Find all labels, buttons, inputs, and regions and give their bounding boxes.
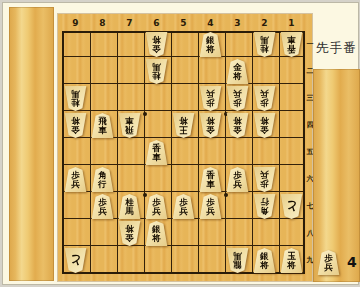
koma-gote-と-17[interactable]: と [280,194,303,219]
koma-sente-歩兵-67[interactable]: 歩兵 [145,194,168,219]
koma-gote-桂馬-62[interactable]: 桂馬 [145,59,168,84]
file-label-9: 9 [62,16,89,30]
koma-gote-歩兵-43[interactable]: 歩兵 [199,86,222,111]
koma-gote-と-99[interactable]: と [64,248,87,273]
file-label-7: 7 [116,16,143,30]
koma-gote-王将-54[interactable]: 王将 [172,113,195,138]
file-label-3: 3 [224,16,251,30]
rank-label-1: 一 [306,31,314,58]
koma-sente-玉将-19[interactable]: 玉将 [280,248,303,273]
koma-gote-角行-27[interactable]: 角行 [253,194,276,219]
koma-sente-銀将-41[interactable]: 銀将 [199,32,222,57]
koma-gote-飛車-74[interactable]: 飛車 [118,113,141,138]
koma-gote-金将-34[interactable]: 金将 [226,113,249,138]
koma-sente-歩兵-96[interactable]: 歩兵 [64,167,87,192]
koma-sente-歩兵-36[interactable]: 歩兵 [226,167,249,192]
koma-gote-歩兵-26[interactable]: 歩兵 [253,167,276,192]
koma-sente-飛車-84[interactable]: 飛車 [91,113,114,138]
app-panel: 987654321 一二三四五六七八九 金将銀将桂馬香車桂馬金将桂馬歩兵歩兵歩兵… [2,2,359,285]
koma-gote-歩兵-33[interactable]: 歩兵 [226,86,249,111]
koma-gote-金将-78[interactable]: 金将 [118,221,141,246]
file-label-5: 5 [170,16,197,30]
koma-sente-角行-86[interactable]: 角行 [91,167,114,192]
koma-sente-銀将-29[interactable]: 銀将 [253,248,276,273]
koma-gote-金将-94[interactable]: 金将 [64,113,87,138]
koma-gote-龍馬-39[interactable]: 龍馬 [226,248,249,273]
koma-sente-金将-32[interactable]: 金将 [226,59,249,84]
file-label-6: 6 [143,16,170,30]
file-label-8: 8 [89,16,116,30]
koma-sente-歩兵-47[interactable]: 歩兵 [199,194,222,219]
piece-layer: 金将銀将桂馬香車桂馬金将桂馬歩兵歩兵歩兵金将飛車飛車王将金将金将金将香車歩兵角行… [62,31,305,274]
koma-gote-金将-44[interactable]: 金将 [199,113,222,138]
file-label-4: 4 [197,16,224,30]
koma-sente-香車-46[interactable]: 香車 [199,167,222,192]
koma-gote-金将-24[interactable]: 金将 [253,113,276,138]
file-label-1: 1 [278,16,305,30]
koma-gote-桂馬-21[interactable]: 桂馬 [253,32,276,57]
koma-sente-歩兵-87[interactable]: 歩兵 [91,194,114,219]
koma-gote-金将-61[interactable]: 金将 [145,32,168,57]
koma-sente-桂馬-77[interactable]: 桂馬 [118,194,141,219]
koma-gote-桂馬-93[interactable]: 桂馬 [64,86,87,111]
file-labels: 987654321 [62,16,305,30]
file-label-2: 2 [251,16,278,30]
gote-piece-stand [9,7,54,281]
page: { "game": "shogi", "panel": { "turn_labe… [0,0,360,287]
koma-sente-歩兵-57[interactable]: 歩兵 [172,194,195,219]
koma-sente-銀将-68[interactable]: 銀将 [145,221,168,246]
hand-pawn-count: 4 [347,254,357,270]
koma-sente-香車-65[interactable]: 香車 [145,140,168,165]
koma-gote-歩兵-23[interactable]: 歩兵 [253,86,276,111]
hand-pawn[interactable]: 歩 兵 [317,250,340,275]
koma-gote-香車-11[interactable]: 香車 [280,32,303,57]
turn-indicator: 先手番 [316,40,360,57]
sente-hand: 歩 兵 4 [317,250,360,280]
